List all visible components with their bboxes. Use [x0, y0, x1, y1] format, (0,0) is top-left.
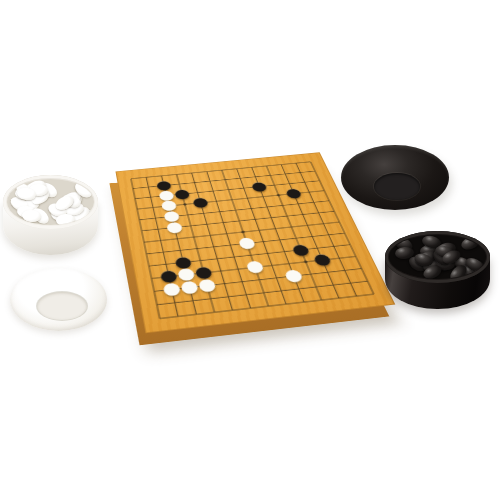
stone-white: ●: [236, 236, 256, 249]
white-stones-jumble: [7, 179, 94, 225]
stone-black: ●: [191, 196, 210, 208]
stone-white: ●: [165, 220, 184, 233]
black-stone-bowl: [385, 231, 490, 309]
white-bowl-opening: [3, 175, 98, 229]
white-bowl-lid: [10, 268, 107, 331]
stone-black: ●: [311, 252, 333, 266]
black-stones-jumble: [389, 235, 486, 279]
stone-black: ●: [249, 180, 268, 191]
stone-white: ●: [244, 259, 265, 273]
black-bowl-lid: [341, 145, 449, 210]
go-set-photo: ●●●●●●●●●●●●●●●●●●●●●: [0, 0, 500, 500]
white-stone-bowl: [3, 174, 98, 255]
stone-white: ●: [282, 268, 304, 282]
stone-black: ●: [290, 242, 311, 256]
black-lid-inner-circle: [374, 173, 420, 200]
black-bowl-opening: [385, 231, 490, 283]
bowl-stone-black: [460, 235, 482, 252]
stone-white: ●: [196, 277, 217, 292]
white-lid-inner-circle: [37, 292, 87, 320]
stone-black: ●: [284, 187, 304, 199]
